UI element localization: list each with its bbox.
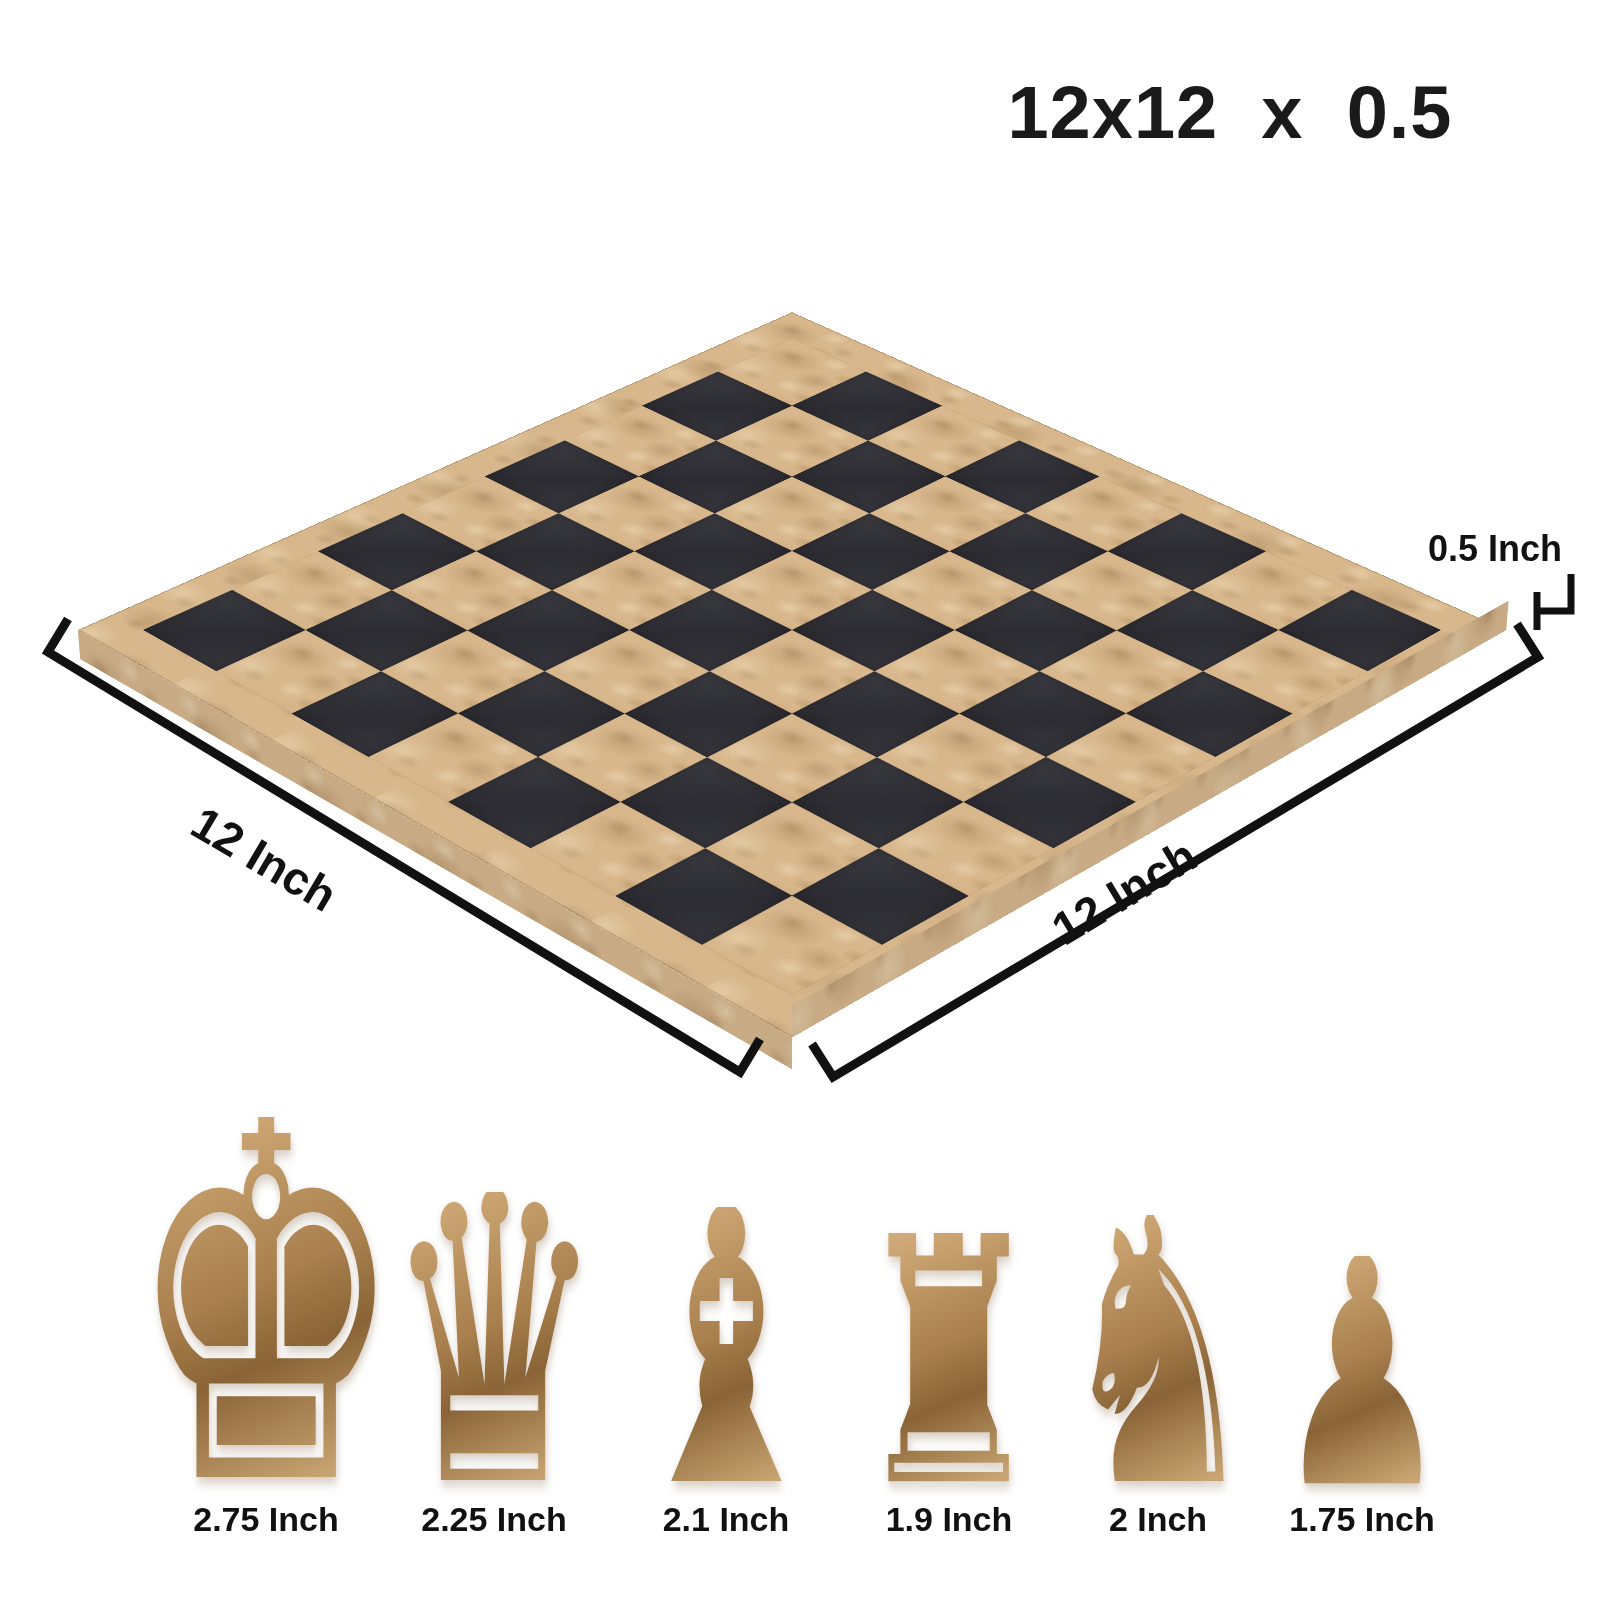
board-scene (287, 125, 1297, 1135)
thickness-label: 0.5 Inch (1395, 528, 1595, 570)
chess-board (78, 312, 1506, 1037)
piece-king: ♚2.75 Inch (146, 1090, 386, 1540)
piece-pawn-glyph: ♟ (1274, 1256, 1449, 1492)
piece-bishop: ♝2.1 Inch (606, 1090, 846, 1540)
piece-rook-glyph: ♜ (853, 1233, 1045, 1492)
piece-king-glyph: ♚ (127, 1117, 405, 1492)
thickness-bracket-arm (1537, 574, 1571, 611)
pieces-row: ♚2.75 Inch♛2.25 Inch♝2.1 Inch♜1.9 Inch♞2… (0, 1090, 1600, 1550)
board-grid (143, 338, 1441, 995)
piece-rook: ♜1.9 Inch (829, 1090, 1069, 1540)
piece-pawn: ♟1.75 Inch (1242, 1090, 1482, 1540)
piece-queen-glyph: ♛ (383, 1192, 605, 1492)
piece-bishop-glyph: ♝ (620, 1207, 831, 1492)
piece-queen: ♛2.25 Inch (374, 1090, 614, 1540)
piece-knight-glyph: ♞ (1055, 1215, 1261, 1493)
